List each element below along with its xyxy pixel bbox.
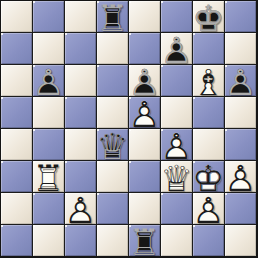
piece-fill-glyph: ♜ — [33, 163, 64, 194]
square-e8[interactable] — [129, 1, 160, 32]
piece-outline-glyph: ♖ — [129, 227, 160, 258]
piece-fill-glyph: ♛ — [97, 131, 128, 162]
square-h6[interactable]: ♟♙ — [225, 65, 256, 96]
piece-outline-glyph: ♙ — [225, 163, 256, 194]
piece-outline-glyph: ♙ — [193, 195, 224, 226]
square-c1[interactable] — [65, 225, 96, 256]
piece-outline-glyph: ♗ — [193, 67, 224, 98]
square-b4[interactable] — [33, 129, 64, 160]
square-c4[interactable] — [65, 129, 96, 160]
black-king[interactable]: ♚♔ — [193, 1, 224, 32]
square-f6[interactable] — [161, 65, 192, 96]
square-c2[interactable]: ♟♙ — [65, 193, 96, 224]
square-e1[interactable]: ♜♖ — [129, 225, 160, 256]
square-g6[interactable]: ♝♗ — [193, 65, 224, 96]
square-e6[interactable]: ♟♙ — [129, 65, 160, 96]
square-c6[interactable] — [65, 65, 96, 96]
square-d4[interactable]: ♛♕ — [97, 129, 128, 160]
square-b8[interactable] — [33, 1, 64, 32]
square-f8[interactable] — [161, 1, 192, 32]
square-a8[interactable] — [1, 1, 32, 32]
black-pawn[interactable]: ♟♙ — [225, 65, 256, 96]
piece-fill-glyph: ♜ — [129, 227, 160, 258]
square-g1[interactable] — [193, 225, 224, 256]
square-f5[interactable] — [161, 97, 192, 128]
square-g4[interactable] — [193, 129, 224, 160]
piece-outline-glyph: ♙ — [225, 67, 256, 98]
square-h4[interactable] — [225, 129, 256, 160]
square-d6[interactable] — [97, 65, 128, 96]
piece-outline-glyph: ♔ — [193, 3, 224, 34]
piece-outline-glyph: ♕ — [161, 163, 192, 194]
square-d5[interactable] — [97, 97, 128, 128]
square-e3[interactable] — [129, 161, 160, 192]
white-king[interactable]: ♚♔ — [193, 161, 224, 192]
piece-outline-glyph: ♖ — [33, 163, 64, 194]
piece-fill-glyph: ♟ — [225, 163, 256, 194]
chess-board: ♜♖♚♔♟♙♟♙♟♙♝♗♟♙♟♙♛♕♟♙♜♖♛♕♚♔♟♙♟♙♟♙♜♖ — [0, 0, 258, 258]
square-a3[interactable] — [1, 161, 32, 192]
square-g7[interactable] — [193, 33, 224, 64]
white-pawn[interactable]: ♟♙ — [225, 161, 256, 192]
piece-fill-glyph: ♟ — [65, 195, 96, 226]
square-h1[interactable] — [225, 225, 256, 256]
piece-outline-glyph: ♙ — [129, 67, 160, 98]
piece-fill-glyph: ♛ — [161, 163, 192, 194]
square-b6[interactable]: ♟♙ — [33, 65, 64, 96]
square-f3[interactable]: ♛♕ — [161, 161, 192, 192]
square-e7[interactable] — [129, 33, 160, 64]
black-pawn[interactable]: ♟♙ — [33, 65, 64, 96]
square-a7[interactable] — [1, 33, 32, 64]
square-a4[interactable] — [1, 129, 32, 160]
square-e5[interactable]: ♟♙ — [129, 97, 160, 128]
square-g3[interactable]: ♚♔ — [193, 161, 224, 192]
square-d3[interactable] — [97, 161, 128, 192]
piece-outline-glyph: ♙ — [65, 195, 96, 226]
square-a5[interactable] — [1, 97, 32, 128]
square-g5[interactable] — [193, 97, 224, 128]
square-e2[interactable] — [129, 193, 160, 224]
piece-outline-glyph: ♙ — [161, 35, 192, 66]
square-a2[interactable] — [1, 193, 32, 224]
white-pawn[interactable]: ♟♙ — [193, 193, 224, 224]
square-c5[interactable] — [65, 97, 96, 128]
square-b3[interactable]: ♜♖ — [33, 161, 64, 192]
black-rook[interactable]: ♜♖ — [97, 1, 128, 32]
square-h8[interactable] — [225, 1, 256, 32]
piece-fill-glyph: ♟ — [129, 99, 160, 130]
piece-fill-glyph: ♟ — [129, 67, 160, 98]
square-a1[interactable] — [1, 225, 32, 256]
white-queen[interactable]: ♛♕ — [161, 161, 192, 192]
piece-outline-glyph: ♖ — [97, 3, 128, 34]
piece-outline-glyph: ♙ — [161, 131, 192, 162]
square-b1[interactable] — [33, 225, 64, 256]
black-pawn[interactable]: ♟♙ — [161, 33, 192, 64]
square-a6[interactable] — [1, 65, 32, 96]
square-h7[interactable] — [225, 33, 256, 64]
piece-outline-glyph: ♕ — [97, 131, 128, 162]
square-d2[interactable] — [97, 193, 128, 224]
black-rook[interactable]: ♜♖ — [129, 225, 160, 256]
piece-outline-glyph: ♙ — [129, 99, 160, 130]
square-f4[interactable]: ♟♙ — [161, 129, 192, 160]
square-f7[interactable]: ♟♙ — [161, 33, 192, 64]
black-pawn[interactable]: ♟♙ — [129, 65, 160, 96]
piece-fill-glyph: ♜ — [97, 3, 128, 34]
square-b5[interactable] — [33, 97, 64, 128]
piece-fill-glyph: ♟ — [33, 67, 64, 98]
piece-fill-glyph: ♟ — [193, 195, 224, 226]
piece-fill-glyph: ♟ — [161, 35, 192, 66]
square-h5[interactable] — [225, 97, 256, 128]
piece-outline-glyph: ♙ — [33, 67, 64, 98]
square-d1[interactable] — [97, 225, 128, 256]
white-pawn[interactable]: ♟♙ — [161, 129, 192, 160]
square-g8[interactable]: ♚♔ — [193, 1, 224, 32]
piece-fill-glyph: ♚ — [193, 163, 224, 194]
square-f1[interactable] — [161, 225, 192, 256]
square-b2[interactable] — [33, 193, 64, 224]
square-c3[interactable] — [65, 161, 96, 192]
square-g2[interactable]: ♟♙ — [193, 193, 224, 224]
piece-fill-glyph: ♝ — [193, 67, 224, 98]
white-bishop[interactable]: ♝♗ — [193, 65, 224, 96]
white-pawn[interactable]: ♟♙ — [129, 97, 160, 128]
piece-fill-glyph: ♟ — [225, 67, 256, 98]
black-queen[interactable]: ♛♕ — [97, 129, 128, 160]
square-h3[interactable]: ♟♙ — [225, 161, 256, 192]
piece-outline-glyph: ♔ — [193, 163, 224, 194]
square-h2[interactable] — [225, 193, 256, 224]
white-rook[interactable]: ♜♖ — [33, 161, 64, 192]
piece-fill-glyph: ♟ — [161, 131, 192, 162]
square-e4[interactable] — [129, 129, 160, 160]
square-b7[interactable] — [33, 33, 64, 64]
square-c8[interactable] — [65, 1, 96, 32]
white-pawn[interactable]: ♟♙ — [65, 193, 96, 224]
square-f2[interactable] — [161, 193, 192, 224]
square-d8[interactable]: ♜♖ — [97, 1, 128, 32]
square-d7[interactable] — [97, 33, 128, 64]
square-c7[interactable] — [65, 33, 96, 64]
piece-fill-glyph: ♚ — [193, 3, 224, 34]
